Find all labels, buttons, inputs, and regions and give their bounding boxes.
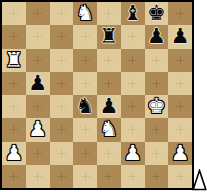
square-d6[interactable] <box>73 49 97 72</box>
square-b3[interactable]: ♟ <box>26 118 50 141</box>
chess-board: ♞♝♚♜♟♟♜♟♞♟♚♟♞♟♟♟ <box>2 2 192 188</box>
black-knight[interactable]: ♞ <box>73 95 97 118</box>
square-g8[interactable]: ♚ <box>145 2 169 25</box>
square-d4[interactable]: ♞ <box>73 95 97 118</box>
square-b8[interactable] <box>26 2 50 25</box>
square-f8[interactable]: ♝ <box>121 2 145 25</box>
square-a8[interactable] <box>2 2 26 25</box>
square-d7[interactable] <box>73 25 97 48</box>
square-c7[interactable] <box>50 25 74 48</box>
square-b2[interactable] <box>26 142 50 165</box>
square-g7[interactable]: ♟ <box>145 25 169 48</box>
square-f2[interactable]: ♟ <box>121 142 145 165</box>
square-g2[interactable] <box>145 142 169 165</box>
square-a1[interactable] <box>2 165 26 188</box>
square-c4[interactable] <box>50 95 74 118</box>
square-d3[interactable] <box>73 118 97 141</box>
square-h8[interactable] <box>168 2 192 25</box>
black-bishop[interactable]: ♝ <box>121 2 145 25</box>
black-pawn[interactable]: ♟ <box>145 25 169 48</box>
black-pawn[interactable]: ♟ <box>97 95 121 118</box>
square-c8[interactable] <box>50 2 74 25</box>
square-b6[interactable] <box>26 49 50 72</box>
square-g1[interactable] <box>145 165 169 188</box>
square-e6[interactable] <box>97 49 121 72</box>
square-e5[interactable] <box>97 72 121 95</box>
black-king[interactable]: ♚ <box>145 2 169 25</box>
square-e2[interactable] <box>97 142 121 165</box>
square-e7[interactable]: ♜ <box>97 25 121 48</box>
square-c6[interactable] <box>50 49 74 72</box>
square-h7[interactable]: ♟ <box>168 25 192 48</box>
square-f3[interactable] <box>121 118 145 141</box>
square-a7[interactable] <box>2 25 26 48</box>
chess-board-frame: ♞♝♚♜♟♟♜♟♞♟♚♟♞♟♟♟ <box>0 0 194 190</box>
square-f7[interactable] <box>121 25 145 48</box>
square-b7[interactable] <box>26 25 50 48</box>
square-a3[interactable] <box>2 118 26 141</box>
square-h2[interactable]: ♟ <box>168 142 192 165</box>
square-c1[interactable] <box>50 165 74 188</box>
square-b5[interactable]: ♟ <box>26 72 50 95</box>
white-pawn[interactable]: ♟ <box>26 118 50 141</box>
white-pawn[interactable]: ♟ <box>2 142 26 165</box>
square-d2[interactable] <box>73 142 97 165</box>
square-e4[interactable]: ♟ <box>97 95 121 118</box>
white-king[interactable]: ♚ <box>145 95 169 118</box>
square-h5[interactable] <box>168 72 192 95</box>
white-to-move-icon <box>192 169 207 191</box>
square-c2[interactable] <box>50 142 74 165</box>
square-h6[interactable] <box>168 49 192 72</box>
square-e3[interactable]: ♞ <box>97 118 121 141</box>
white-to-move-triangle <box>193 171 206 190</box>
white-pawn[interactable]: ♟ <box>121 142 145 165</box>
black-rook[interactable]: ♜ <box>97 25 121 48</box>
square-a2[interactable]: ♟ <box>2 142 26 165</box>
square-a6[interactable]: ♜ <box>2 49 26 72</box>
square-a4[interactable] <box>2 95 26 118</box>
square-f4[interactable] <box>121 95 145 118</box>
square-d5[interactable] <box>73 72 97 95</box>
square-d1[interactable] <box>73 165 97 188</box>
square-f1[interactable] <box>121 165 145 188</box>
black-pawn[interactable]: ♟ <box>168 25 192 48</box>
square-e1[interactable] <box>97 165 121 188</box>
square-h1[interactable] <box>168 165 192 188</box>
square-g4[interactable]: ♚ <box>145 95 169 118</box>
white-rook[interactable]: ♜ <box>2 49 26 72</box>
black-pawn[interactable]: ♟ <box>26 72 50 95</box>
square-b4[interactable] <box>26 95 50 118</box>
square-b1[interactable] <box>26 165 50 188</box>
square-d8[interactable]: ♞ <box>73 2 97 25</box>
square-h3[interactable] <box>168 118 192 141</box>
square-g3[interactable] <box>145 118 169 141</box>
square-g6[interactable] <box>145 49 169 72</box>
square-e8[interactable] <box>97 2 121 25</box>
square-f5[interactable] <box>121 72 145 95</box>
square-c5[interactable] <box>50 72 74 95</box>
square-c3[interactable] <box>50 118 74 141</box>
square-h4[interactable] <box>168 95 192 118</box>
square-f6[interactable] <box>121 49 145 72</box>
square-g5[interactable] <box>145 72 169 95</box>
white-knight[interactable]: ♞ <box>97 118 121 141</box>
square-a5[interactable] <box>2 72 26 95</box>
white-pawn[interactable]: ♟ <box>168 142 192 165</box>
white-knight[interactable]: ♞ <box>73 2 97 25</box>
